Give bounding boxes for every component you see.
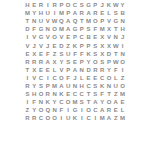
grid-cell-r9c15[interactable]: I [119, 66, 126, 74]
grid-cell-r7c7[interactable]: U [65, 50, 72, 58]
grid-cell-r11c12[interactable]: K [99, 82, 106, 90]
grid-cell-r8c3[interactable]: R [38, 58, 45, 66]
grid-cell-r9c4[interactable]: E [44, 66, 51, 74]
grid-cell-r11c9[interactable]: H [78, 82, 85, 90]
grid-cell-r5c7[interactable]: E [65, 33, 72, 41]
grid-cell-r14c15[interactable]: L [119, 106, 126, 114]
grid-cell-r6c14[interactable]: W [112, 41, 119, 49]
grid-cell-r9c8[interactable]: A [72, 66, 79, 74]
grid-cell-r12c6[interactable]: K [58, 90, 65, 98]
grid-cell-r13c11[interactable]: A [92, 98, 99, 106]
grid-cell-r15c6[interactable]: I [58, 114, 65, 122]
grid-cell-r10c2[interactable]: V [31, 74, 38, 82]
grid-cell-r4c3[interactable]: G [38, 25, 45, 33]
grid-cell-r10c12[interactable]: C [99, 74, 106, 82]
grid-cell-r13c12[interactable]: Y [99, 98, 106, 106]
grid-cell-r5c14[interactable]: N [112, 33, 119, 41]
grid-cell-r15c2[interactable]: R [31, 114, 38, 122]
grid-cell-r8c9[interactable]: P [78, 58, 85, 66]
grid-cell-r8c10[interactable]: Y [85, 58, 92, 66]
grid-cell-r4c12[interactable]: M [99, 25, 106, 33]
grid-cell-r11c11[interactable]: S [92, 82, 99, 90]
grid-cell-r6c10[interactable]: P [85, 41, 92, 49]
grid-cell-r13c4[interactable]: K [44, 98, 51, 106]
grid-cell-r13c3[interactable]: N [38, 98, 45, 106]
grid-cell-r2c8[interactable]: A [72, 9, 79, 17]
grid-cell-r12c15[interactable]: M [119, 90, 126, 98]
grid-cell-r11c10[interactable]: C [85, 82, 92, 90]
grid-cell-r2c12[interactable]: E [99, 9, 106, 17]
grid-cell-r15c3[interactable]: C [38, 114, 45, 122]
grid-cell-r6c11[interactable]: S [92, 41, 99, 49]
grid-cell-r10c3[interactable]: C [38, 74, 45, 82]
grid-cell-r7c10[interactable]: K [85, 50, 92, 58]
grid-cell-r3c10[interactable]: M [85, 17, 92, 25]
grid-cell-r8c6[interactable]: Y [58, 58, 65, 66]
grid-cell-r1c3[interactable]: R [38, 1, 45, 9]
grid-cell-r10c9[interactable]: L [78, 74, 85, 82]
grid-cell-r5c9[interactable]: C [78, 33, 85, 41]
grid-cell-r4c14[interactable]: T [112, 25, 119, 33]
grid-cell-r15c1[interactable]: R [24, 114, 31, 122]
grid-cell-r6c3[interactable]: V [38, 41, 45, 49]
grid-cell-r13c13[interactable]: O [106, 98, 113, 106]
grid-cell-r12c14[interactable]: Z [112, 90, 119, 98]
grid-cell-r2c9[interactable]: R [78, 9, 85, 17]
grid-cell-r12c12[interactable]: F [99, 90, 106, 98]
grid-cell-r6c1[interactable]: V [24, 41, 31, 49]
grid-cell-r6c7[interactable]: Z [65, 41, 72, 49]
grid-cell-r10c13[interactable]: O [106, 74, 113, 82]
grid-cell-r12c2[interactable]: H [31, 90, 38, 98]
grid-cell-r2c1[interactable]: M [24, 9, 31, 17]
grid-cell-r14c6[interactable]: F [58, 106, 65, 114]
grid-cell-r10c6[interactable]: O [58, 74, 65, 82]
grid-cell-r2c3[interactable]: H [38, 9, 45, 17]
grid-cell-r10c5[interactable]: C [51, 74, 58, 82]
grid-cell-r10c10[interactable]: E [85, 74, 92, 82]
grid-cell-r14c4[interactable]: Q [44, 106, 51, 114]
grid-cell-r8c2[interactable]: R [31, 58, 38, 66]
grid-cell-r5c3[interactable]: G [38, 33, 45, 41]
grid-cell-r7c15[interactable]: N [119, 50, 126, 58]
grid-cell-r3c14[interactable]: G [112, 17, 119, 25]
grid-cell-r15c11[interactable]: I [92, 114, 99, 122]
grid-cell-r6c13[interactable]: X [106, 41, 113, 49]
grid-cell-r13c14[interactable]: A [112, 98, 119, 106]
grid-cell-r10c4[interactable]: I [44, 74, 51, 82]
grid-cell-r13c5[interactable]: Y [51, 98, 58, 106]
grid-cell-r8c7[interactable]: S [65, 58, 72, 66]
grid-cell-r2c4[interactable]: U [44, 9, 51, 17]
grid-cell-r3c2[interactable]: N [31, 17, 38, 25]
grid-cell-r4c2[interactable]: F [31, 25, 38, 33]
grid-cell-r1c4[interactable]: I [44, 1, 51, 9]
grid-cell-r14c10[interactable]: O [85, 106, 92, 114]
grid-cell-r9c1[interactable]: T [24, 66, 31, 74]
grid-cell-r7c11[interactable]: S [92, 50, 99, 58]
grid-cell-r13c2[interactable]: F [31, 98, 38, 106]
grid-cell-r3c13[interactable]: V [106, 17, 113, 25]
grid-cell-r8c4[interactable]: A [44, 58, 51, 66]
grid-cell-r2c13[interactable]: L [106, 9, 113, 17]
grid-cell-r8c13[interactable]: P [106, 58, 113, 66]
grid-cell-r14c5[interactable]: N [51, 106, 58, 114]
grid-cell-r13c8[interactable]: M [72, 98, 79, 106]
grid-cell-r15c15[interactable]: M [119, 114, 126, 122]
grid-cell-r5c11[interactable]: E [92, 33, 99, 41]
grid-cell-r2c15[interactable]: B [119, 9, 126, 17]
grid-cell-r1c7[interactable]: O [65, 1, 72, 9]
grid-cell-r5c13[interactable]: V [106, 33, 113, 41]
grid-cell-r3c7[interactable]: A [65, 17, 72, 25]
grid-cell-r6c4[interactable]: J [44, 41, 51, 49]
grid-cell-r11c1[interactable]: R [24, 82, 31, 90]
grid-cell-r15c14[interactable]: Z [112, 114, 119, 122]
grid-cell-r3c3[interactable]: U [38, 17, 45, 25]
grid-cell-r15c12[interactable]: M [99, 114, 106, 122]
grid-cell-r3c11[interactable]: O [92, 17, 99, 25]
grid-cell-r7c6[interactable]: S [58, 50, 65, 58]
grid-cell-r11c5[interactable]: M [51, 82, 58, 90]
grid-cell-r4c11[interactable]: F [92, 25, 99, 33]
grid-cell-r6c9[interactable]: P [78, 41, 85, 49]
grid-cell-r12c9[interactable]: C [78, 90, 85, 98]
grid-cell-r10c1[interactable]: I [24, 74, 31, 82]
grid-cell-r9c6[interactable]: V [58, 66, 65, 74]
grid-cell-r11c13[interactable]: N [106, 82, 113, 90]
grid-cell-r9c10[interactable]: D [85, 66, 92, 74]
grid-cell-r11c2[interactable]: Y [31, 82, 38, 90]
grid-cell-r13c10[interactable]: T [85, 98, 92, 106]
grid-cell-r10c8[interactable]: J [72, 74, 79, 82]
grid-cell-r11c15[interactable]: O [119, 82, 126, 90]
grid-cell-r15c9[interactable]: I [78, 114, 85, 122]
grid-cell-r4c8[interactable]: G [72, 25, 79, 33]
grid-cell-r14c2[interactable]: Y [31, 106, 38, 114]
grid-cell-r9c13[interactable]: Y [106, 66, 113, 74]
grid-cell-r12c7[interactable]: E [65, 90, 72, 98]
grid-cell-r7c5[interactable]: Z [51, 50, 58, 58]
grid-cell-r10c14[interactable]: L [112, 74, 119, 82]
grid-cell-r2c14[interactable]: S [112, 9, 119, 17]
grid-cell-r12c10[interactable]: T [85, 90, 92, 98]
grid-cell-r4c1[interactable]: D [24, 25, 31, 33]
grid-cell-r10c7[interactable]: F [65, 74, 72, 82]
grid-cell-r7c8[interactable]: F [72, 50, 79, 58]
grid-cell-r1c8[interactable]: C [72, 1, 79, 9]
grid-cell-r8c11[interactable]: O [92, 58, 99, 66]
grid-cell-r15c13[interactable]: A [106, 114, 113, 122]
grid-cell-r6c2[interactable]: J [31, 41, 38, 49]
grid-cell-r9c3[interactable]: E [38, 66, 45, 74]
grid-cell-r15c5[interactable]: O [51, 114, 58, 122]
grid-cell-r4c5[interactable]: O [51, 25, 58, 33]
grid-cell-r1c12[interactable]: J [99, 1, 106, 9]
grid-cell-r14c12[interactable]: A [99, 106, 106, 114]
grid-cell-r2c2[interactable]: Y [31, 9, 38, 17]
grid-cell-r1c11[interactable]: P [92, 1, 99, 9]
grid-cell-r13c7[interactable]: O [65, 98, 72, 106]
grid-cell-r5c15[interactable]: J [119, 33, 126, 41]
grid-cell-r14c3[interactable]: O [38, 106, 45, 114]
grid-cell-r7c3[interactable]: E [38, 50, 45, 58]
grid-cell-r3c4[interactable]: V [44, 17, 51, 25]
grid-cell-r8c5[interactable]: X [51, 58, 58, 66]
grid-cell-r7c14[interactable]: T [112, 50, 119, 58]
grid-cell-r1c6[interactable]: P [58, 1, 65, 9]
grid-cell-r10c15[interactable]: Z [119, 74, 126, 82]
grid-cell-r3c9[interactable]: T [78, 17, 85, 25]
grid-cell-r5c5[interactable]: O [51, 33, 58, 41]
grid-cell-r4c15[interactable]: H [119, 25, 126, 33]
grid-cell-r9c9[interactable]: N [78, 66, 85, 74]
grid-cell-r9c7[interactable]: P [65, 66, 72, 74]
grid-cell-r4c13[interactable]: X [106, 25, 113, 33]
grid-cell-r12c13[interactable]: T [106, 90, 113, 98]
grid-cell-r1c2[interactable]: E [31, 1, 38, 9]
grid-cell-r11c3[interactable]: S [38, 82, 45, 90]
grid-cell-r14c11[interactable]: C [92, 106, 99, 114]
grid-cell-r5c10[interactable]: B [85, 33, 92, 41]
grid-cell-r9c14[interactable]: F [112, 66, 119, 74]
grid-cell-r7c1[interactable]: E [24, 50, 31, 58]
grid-cell-r3c1[interactable]: T [24, 17, 31, 25]
grid-cell-r3c6[interactable]: Q [58, 17, 65, 25]
grid-cell-r11c4[interactable]: P [44, 82, 51, 90]
grid-cell-r1c5[interactable]: R [51, 1, 58, 9]
grid-cell-r12c1[interactable]: S [24, 90, 31, 98]
grid-cell-r8c12[interactable]: S [99, 58, 106, 66]
grid-cell-r2c6[interactable]: M [58, 9, 65, 17]
grid-cell-r5c12[interactable]: X [99, 33, 106, 41]
grid-cell-r13c15[interactable]: E [119, 98, 126, 106]
grid-cell-r11c7[interactable]: U [65, 82, 72, 90]
grid-cell-r9c5[interactable]: L [51, 66, 58, 74]
grid-cell-r2c7[interactable]: P [65, 9, 72, 17]
grid-cell-r7c4[interactable]: F [44, 50, 51, 58]
grid-cell-r12c5[interactable]: N [51, 90, 58, 98]
word-search-grid: HERIRPOCSGPJKWYMYHUIMPARARELSBTNUVWQAQTM… [24, 1, 126, 122]
grid-cell-r15c10[interactable]: C [85, 114, 92, 122]
grid-cell-r5c1[interactable]: I [24, 33, 31, 41]
grid-cell-r12c8[interactable]: C [72, 90, 79, 98]
grid-cell-r4c9[interactable]: P [78, 25, 85, 33]
grid-cell-r9c2[interactable]: X [31, 66, 38, 74]
grid-cell-r1c15[interactable]: Y [119, 1, 126, 9]
grid-cell-r4c10[interactable]: S [85, 25, 92, 33]
grid-cell-r11c6[interactable]: A [58, 82, 65, 90]
grid-cell-r4c4[interactable]: N [44, 25, 51, 33]
grid-cell-r3c15[interactable]: N [119, 17, 126, 25]
grid-cell-r8c15[interactable]: O [119, 58, 126, 66]
grid-cell-r6c5[interactable]: E [51, 41, 58, 49]
grid-cell-r15c7[interactable]: U [65, 114, 72, 122]
grid-cell-r6c12[interactable]: X [99, 41, 106, 49]
grid-cell-r3c8[interactable]: Q [72, 17, 79, 25]
grid-cell-r1c14[interactable]: W [112, 1, 119, 9]
grid-cell-r14c7[interactable]: I [65, 106, 72, 114]
grid-cell-r2c10[interactable]: A [85, 9, 92, 17]
grid-cell-r8c8[interactable]: E [72, 58, 79, 66]
grid-cell-r14c8[interactable]: G [72, 106, 79, 114]
grid-cell-r7c13[interactable]: D [106, 50, 113, 58]
grid-cell-r13c1[interactable]: I [24, 98, 31, 106]
grid-cell-r14c1[interactable]: Z [24, 106, 31, 114]
grid-cell-r14c14[interactable]: E [112, 106, 119, 114]
grid-cell-r15c4[interactable]: O [44, 114, 51, 122]
grid-cell-r8c1[interactable]: R [24, 58, 31, 66]
grid-cell-r7c12[interactable]: X [99, 50, 106, 58]
grid-cell-r8c14[interactable]: W [112, 58, 119, 66]
grid-cell-r1c1[interactable]: H [24, 1, 31, 9]
grid-cell-r1c10[interactable]: G [85, 1, 92, 9]
grid-cell-r2c11[interactable]: R [92, 9, 99, 17]
grid-cell-r10c11[interactable]: E [92, 74, 99, 82]
grid-cell-r4c7[interactable]: A [65, 25, 72, 33]
grid-cell-r11c8[interactable]: N [72, 82, 79, 90]
grid-cell-r6c15[interactable]: I [119, 41, 126, 49]
grid-cell-r9c12[interactable]: R [99, 66, 106, 74]
grid-cell-r11c14[interactable]: U [112, 82, 119, 90]
grid-cell-r7c2[interactable]: X [31, 50, 38, 58]
grid-cell-r6c8[interactable]: K [72, 41, 79, 49]
grid-cell-r5c6[interactable]: V [58, 33, 65, 41]
grid-cell-r12c3[interactable]: O [38, 90, 45, 98]
grid-cell-r5c4[interactable]: V [44, 33, 51, 41]
grid-cell-r1c13[interactable]: K [106, 1, 113, 9]
grid-cell-r5c8[interactable]: P [72, 33, 79, 41]
grid-cell-r12c4[interactable]: R [44, 90, 51, 98]
grid-cell-r14c9[interactable]: I [78, 106, 85, 114]
grid-cell-r13c9[interactable]: S [78, 98, 85, 106]
grid-cell-r3c12[interactable]: P [99, 17, 106, 25]
grid-cell-r7c9[interactable]: F [78, 50, 85, 58]
grid-cell-r9c11[interactable]: R [92, 66, 99, 74]
grid-cell-r15c8[interactable]: K [72, 114, 79, 122]
grid-cell-r6c6[interactable]: D [58, 41, 65, 49]
grid-cell-r3c5[interactable]: W [51, 17, 58, 25]
grid-cell-r5c2[interactable]: V [31, 33, 38, 41]
grid-cell-r12c11[interactable]: S [92, 90, 99, 98]
grid-cell-r13c6[interactable]: C [58, 98, 65, 106]
grid-cell-r1c9[interactable]: S [78, 1, 85, 9]
grid-cell-r4c6[interactable]: M [58, 25, 65, 33]
grid-cell-r14c13[interactable]: R [106, 106, 113, 114]
grid-cell-r2c5[interactable]: I [51, 9, 58, 17]
